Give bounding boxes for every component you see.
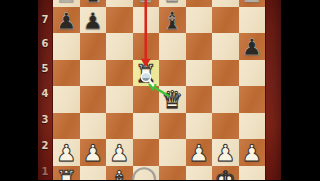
square-d1[interactable] <box>133 166 160 181</box>
square-g1[interactable]: ♚ <box>212 166 239 181</box>
rank-label-6: 6 <box>40 38 50 49</box>
video-frame: 7654321 ♜♞♛♚♜♟♟♝♟♜♛♟♟♟♟♟♟♜♝♚ <box>0 0 320 180</box>
square-g6[interactable] <box>212 33 239 60</box>
piece-white-queen[interactable]: ♛ <box>161 87 183 114</box>
square-h5[interactable] <box>239 60 266 87</box>
square-d2[interactable] <box>133 139 160 166</box>
square-f4[interactable] <box>186 86 213 113</box>
square-e2[interactable] <box>159 139 186 166</box>
square-d6[interactable] <box>133 33 160 60</box>
square-g4[interactable] <box>212 86 239 113</box>
square-e1[interactable] <box>159 166 186 181</box>
square-c1[interactable]: ♝ <box>106 166 133 181</box>
rank-label-4: 4 <box>40 88 50 99</box>
square-a6[interactable] <box>53 33 80 60</box>
square-c4[interactable] <box>106 86 133 113</box>
square-e6[interactable] <box>159 33 186 60</box>
square-h2[interactable]: ♟ <box>239 139 266 166</box>
square-a1[interactable]: ♜ <box>53 166 80 181</box>
square-a2[interactable]: ♟ <box>53 139 80 166</box>
square-f3[interactable] <box>186 113 213 140</box>
piece-white-pawn[interactable]: ♟ <box>215 140 236 167</box>
rank-label-3: 3 <box>40 114 50 125</box>
rank-label-7: 7 <box>40 14 50 25</box>
square-a7[interactable]: ♟ <box>53 7 80 34</box>
piece-white-bishop[interactable]: ♝ <box>108 167 130 181</box>
square-b7[interactable]: ♟ <box>80 7 107 34</box>
square-g5[interactable] <box>212 60 239 87</box>
square-a5[interactable] <box>53 60 80 87</box>
square-e7[interactable]: ♝ <box>159 7 186 34</box>
square-c7[interactable] <box>106 7 133 34</box>
square-a3[interactable] <box>53 113 80 140</box>
square-c3[interactable] <box>106 113 133 140</box>
square-b4[interactable] <box>80 86 107 113</box>
square-b3[interactable] <box>80 113 107 140</box>
square-f2[interactable]: ♟ <box>186 139 213 166</box>
piece-white-pawn[interactable]: ♟ <box>241 140 262 167</box>
piece-white-pawn[interactable]: ♟ <box>56 140 77 167</box>
piece-black-pawn[interactable]: ♟ <box>82 8 103 35</box>
chess-board[interactable]: ♜♞♛♚♜♟♟♝♟♜♛♟♟♟♟♟♟♜♝♚ <box>53 0 265 180</box>
square-h3[interactable] <box>239 113 266 140</box>
piece-black-bishop[interactable]: ♝ <box>161 8 183 35</box>
square-e5[interactable] <box>159 60 186 87</box>
square-c5[interactable] <box>106 60 133 87</box>
square-d4[interactable] <box>133 86 160 113</box>
piece-white-pawn[interactable]: ♟ <box>188 140 209 167</box>
square-g3[interactable] <box>212 113 239 140</box>
piece-white-rook[interactable]: ♜ <box>55 167 77 181</box>
square-e3[interactable] <box>159 113 186 140</box>
square-f7[interactable] <box>186 7 213 34</box>
square-c6[interactable] <box>106 33 133 60</box>
piece-black-pawn[interactable]: ♟ <box>241 34 262 61</box>
rank-label-5: 5 <box>40 63 50 74</box>
square-b2[interactable]: ♟ <box>80 139 107 166</box>
square-c2[interactable]: ♟ <box>106 139 133 166</box>
square-d7[interactable] <box>133 7 160 34</box>
piece-white-rook[interactable]: ♜ <box>135 61 157 88</box>
square-b1[interactable] <box>80 166 107 181</box>
square-g7[interactable] <box>212 7 239 34</box>
square-e4[interactable]: ♛ <box>159 86 186 113</box>
square-g2[interactable]: ♟ <box>212 139 239 166</box>
square-f5[interactable] <box>186 60 213 87</box>
square-f1[interactable] <box>186 166 213 181</box>
piece-black-pawn[interactable]: ♟ <box>56 8 77 35</box>
square-h4[interactable] <box>239 86 266 113</box>
square-a4[interactable] <box>53 86 80 113</box>
piece-white-pawn[interactable]: ♟ <box>82 140 103 167</box>
piece-white-king[interactable]: ♚ <box>214 167 236 181</box>
square-f6[interactable] <box>186 33 213 60</box>
square-b5[interactable] <box>80 60 107 87</box>
square-b6[interactable] <box>80 33 107 60</box>
rank-label-2: 2 <box>40 140 50 151</box>
piece-white-pawn[interactable]: ♟ <box>109 140 130 167</box>
square-d5[interactable]: ♜ <box>133 60 160 87</box>
square-h6[interactable]: ♟ <box>239 33 266 60</box>
rank-label-1: 1 <box>40 166 50 177</box>
square-h1[interactable] <box>239 166 266 181</box>
square-d3[interactable] <box>133 113 160 140</box>
square-h7[interactable] <box>239 7 266 34</box>
